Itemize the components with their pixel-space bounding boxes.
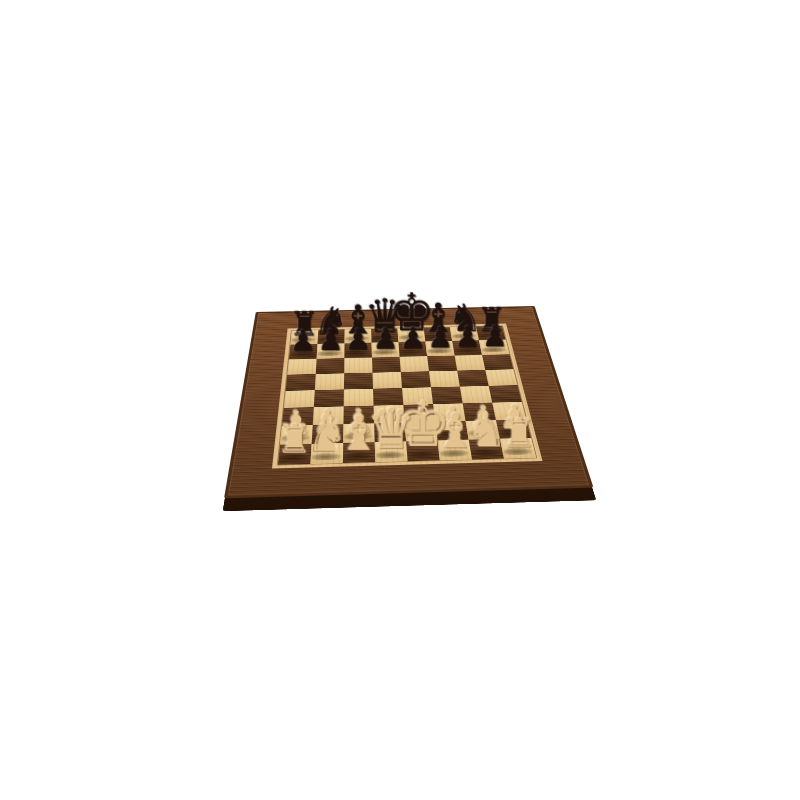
square-d5 <box>372 372 402 389</box>
photo-background: ♜♞♝♛♚♝♞♜♟♟♟♟♟♟♟♟♟♟♟♟♟♟♟♟♜♞♝♛♚♝♞♜ <box>0 0 800 800</box>
square-g5 <box>457 370 488 387</box>
square-g6 <box>455 355 486 371</box>
square-d6 <box>372 357 401 373</box>
chess-board: ♜♞♝♛♚♝♞♜♟♟♟♟♟♟♟♟♟♟♟♟♟♟♟♟♜♞♝♛♚♝♞♜ <box>224 306 593 498</box>
square-a6 <box>287 359 316 375</box>
chess-board-scene: ♜♞♝♛♚♝♞♜♟♟♟♟♟♟♟♟♟♟♟♟♟♟♟♟♜♞♝♛♚♝♞♜ <box>243 229 561 547</box>
square-c6 <box>344 357 372 373</box>
square-c5 <box>344 373 373 390</box>
square-b6 <box>316 358 345 374</box>
square-a5 <box>286 374 316 391</box>
square-b5 <box>315 373 344 390</box>
square-a7: ♟ <box>289 344 318 359</box>
piece-black-pawn-a7: ♟ <box>268 326 337 355</box>
square-f5 <box>429 371 460 388</box>
square-f6 <box>427 355 457 371</box>
square-e5 <box>401 371 431 388</box>
square-e6 <box>400 356 429 372</box>
board-inner-border: ♜♞♝♛♚♝♞♜♟♟♟♟♟♟♟♟♟♟♟♟♟♟♟♟♜♞♝♛♚♝♞♜ <box>272 324 543 469</box>
square-h6 <box>482 354 513 370</box>
square-h5 <box>485 369 517 386</box>
board-grid: ♜♞♝♛♚♝♞♜♟♟♟♟♟♟♟♟♟♟♟♟♟♟♟♟♜♞♝♛♚♝♞♜ <box>278 326 536 465</box>
square-a1: ♜ <box>278 444 312 465</box>
piece-white-rook-a1: ♜ <box>254 419 335 459</box>
